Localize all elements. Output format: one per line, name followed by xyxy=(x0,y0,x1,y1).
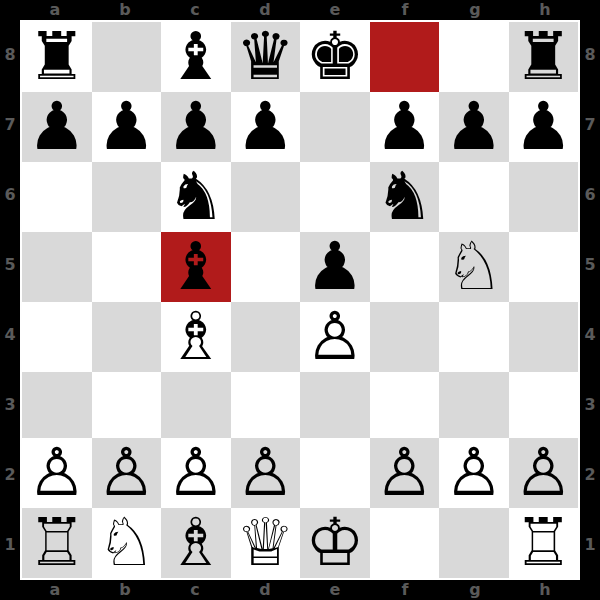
white-pawn-piece[interactable]: ♙ xyxy=(97,438,156,508)
square-c8[interactable]: ♝ xyxy=(161,22,231,92)
square-c3[interactable] xyxy=(161,372,231,438)
square-a7[interactable]: ♟ xyxy=(22,92,92,162)
square-c1[interactable]: ♗ xyxy=(161,508,231,578)
square-h7[interactable]: ♟ xyxy=(509,92,579,162)
square-d2[interactable]: ♙ xyxy=(231,438,301,508)
rank-label-8: 8 xyxy=(580,20,600,90)
square-f4[interactable] xyxy=(370,302,440,372)
square-b3[interactable] xyxy=(92,372,162,438)
file-label-a: a xyxy=(20,0,90,20)
file-label-b: b xyxy=(90,0,160,20)
chess-board: ♜♝♛♚♜♟♟♟♟♟♟♟♞♞♝♟♘♗♙♙♙♙♙♙♙♙♖♘♗♕♔♖ xyxy=(20,20,580,580)
rank-label-7: 7 xyxy=(0,90,20,160)
square-h1[interactable]: ♖ xyxy=(509,508,579,578)
square-h4[interactable] xyxy=(509,302,579,372)
white-pawn-piece[interactable]: ♙ xyxy=(444,438,503,508)
square-a5[interactable] xyxy=(22,232,92,302)
square-e3[interactable] xyxy=(300,372,370,438)
square-g3[interactable] xyxy=(439,372,509,438)
square-e8[interactable]: ♚ xyxy=(300,22,370,92)
file-label-e: e xyxy=(300,580,370,600)
rank-label-1: 1 xyxy=(580,510,600,580)
file-label-h: h xyxy=(510,0,580,20)
file-label-d: d xyxy=(230,580,300,600)
black-bishop-piece[interactable]: ♝ xyxy=(166,22,225,92)
square-b5[interactable] xyxy=(92,232,162,302)
rank-label-4: 4 xyxy=(0,300,20,370)
file-label-f: f xyxy=(370,0,440,20)
rank-label-5: 5 xyxy=(0,230,20,300)
black-pawn-piece[interactable]: ♟ xyxy=(27,92,86,162)
white-pawn-piece[interactable]: ♙ xyxy=(375,438,434,508)
square-d3[interactable] xyxy=(231,372,301,438)
square-d8[interactable]: ♛ xyxy=(231,22,301,92)
square-d1[interactable]: ♕ xyxy=(231,508,301,578)
white-bishop-piece[interactable]: ♗ xyxy=(166,508,225,578)
black-pawn-piece[interactable]: ♟ xyxy=(514,92,573,162)
file-label-a: a xyxy=(20,580,90,600)
square-g8[interactable] xyxy=(439,22,509,92)
white-pawn-piece[interactable]: ♙ xyxy=(514,438,573,508)
white-rook-piece[interactable]: ♖ xyxy=(27,508,86,578)
square-b2[interactable]: ♙ xyxy=(92,438,162,508)
square-h5[interactable] xyxy=(509,232,579,302)
file-label-h: h xyxy=(510,580,580,600)
square-f6[interactable]: ♞ xyxy=(370,162,440,232)
square-e4[interactable]: ♙ xyxy=(300,302,370,372)
file-label-d: d xyxy=(230,0,300,20)
square-f1[interactable] xyxy=(370,508,440,578)
black-pawn-piece[interactable]: ♟ xyxy=(97,92,156,162)
black-pawn-piece[interactable]: ♟ xyxy=(236,92,295,162)
black-rook-piece[interactable]: ♜ xyxy=(27,22,86,92)
rank-labels-right: 87654321 xyxy=(580,20,600,580)
square-a2[interactable]: ♙ xyxy=(22,438,92,508)
white-queen-piece[interactable]: ♕ xyxy=(236,508,295,578)
square-d7[interactable]: ♟ xyxy=(231,92,301,162)
chess-app: abcdefgh abcdefgh 87654321 87654321 ♜♝♛♚… xyxy=(0,0,600,600)
file-label-b: b xyxy=(90,580,160,600)
square-b8[interactable] xyxy=(92,22,162,92)
file-labels-top: abcdefgh xyxy=(20,0,580,20)
rank-labels-left: 87654321 xyxy=(0,20,20,580)
white-pawn-piece[interactable]: ♙ xyxy=(305,302,364,372)
square-e1[interactable]: ♔ xyxy=(300,508,370,578)
file-label-e: e xyxy=(300,0,370,20)
black-pawn-piece[interactable]: ♟ xyxy=(305,232,364,302)
square-e7[interactable] xyxy=(300,92,370,162)
square-g7[interactable]: ♟ xyxy=(439,92,509,162)
square-e2[interactable] xyxy=(300,438,370,508)
square-g5[interactable]: ♘ xyxy=(439,232,509,302)
square-a6[interactable] xyxy=(22,162,92,232)
square-b4[interactable] xyxy=(92,302,162,372)
square-f8[interactable] xyxy=(370,22,440,92)
rank-label-6: 6 xyxy=(580,160,600,230)
square-g6[interactable] xyxy=(439,162,509,232)
white-knight-piece[interactable]: ♘ xyxy=(444,232,503,302)
square-b1[interactable]: ♘ xyxy=(92,508,162,578)
square-h3[interactable] xyxy=(509,372,579,438)
square-c6[interactable]: ♞ xyxy=(161,162,231,232)
file-label-c: c xyxy=(160,580,230,600)
square-c4[interactable]: ♗ xyxy=(161,302,231,372)
black-knight-piece[interactable]: ♞ xyxy=(166,162,225,232)
rank-label-5: 5 xyxy=(580,230,600,300)
white-rook-piece[interactable]: ♖ xyxy=(514,508,573,578)
square-e6[interactable] xyxy=(300,162,370,232)
rank-label-3: 3 xyxy=(580,370,600,440)
square-d4[interactable] xyxy=(231,302,301,372)
rank-label-4: 4 xyxy=(580,300,600,370)
white-pawn-piece[interactable]: ♙ xyxy=(236,438,295,508)
square-a4[interactable] xyxy=(22,302,92,372)
rank-label-2: 2 xyxy=(580,440,600,510)
rank-label-2: 2 xyxy=(0,440,20,510)
square-b6[interactable] xyxy=(92,162,162,232)
square-h2[interactable]: ♙ xyxy=(509,438,579,508)
black-queen-piece[interactable]: ♛ xyxy=(236,22,295,92)
rank-label-6: 6 xyxy=(0,160,20,230)
square-f7[interactable]: ♟ xyxy=(370,92,440,162)
square-d5[interactable] xyxy=(231,232,301,302)
black-king-piece[interactable]: ♚ xyxy=(305,22,364,92)
file-label-g: g xyxy=(440,580,510,600)
black-rook-piece[interactable]: ♜ xyxy=(514,22,573,92)
file-label-f: f xyxy=(370,580,440,600)
square-h6[interactable] xyxy=(509,162,579,232)
black-pawn-piece[interactable]: ♟ xyxy=(444,92,503,162)
square-a8[interactable]: ♜ xyxy=(22,22,92,92)
black-pawn-piece[interactable]: ♟ xyxy=(375,92,434,162)
square-a3[interactable] xyxy=(22,372,92,438)
file-label-c: c xyxy=(160,0,230,20)
square-c5[interactable]: ♝ xyxy=(161,232,231,302)
white-pawn-piece[interactable]: ♙ xyxy=(166,438,225,508)
white-pawn-piece[interactable]: ♙ xyxy=(27,438,86,508)
square-g2[interactable]: ♙ xyxy=(439,438,509,508)
rank-label-3: 3 xyxy=(0,370,20,440)
rank-label-7: 7 xyxy=(580,90,600,160)
square-f3[interactable] xyxy=(370,372,440,438)
rank-label-1: 1 xyxy=(0,510,20,580)
square-e5[interactable]: ♟ xyxy=(300,232,370,302)
square-d6[interactable] xyxy=(231,162,301,232)
square-g1[interactable] xyxy=(439,508,509,578)
file-label-g: g xyxy=(440,0,510,20)
black-bishop-piece[interactable]: ♝ xyxy=(166,232,225,302)
square-g4[interactable] xyxy=(439,302,509,372)
square-a1[interactable]: ♖ xyxy=(22,508,92,578)
black-knight-piece[interactable]: ♞ xyxy=(375,162,434,232)
white-knight-piece[interactable]: ♘ xyxy=(97,508,156,578)
rank-label-8: 8 xyxy=(0,20,20,90)
file-labels-bottom: abcdefgh xyxy=(20,580,580,600)
square-c7[interactable]: ♟ xyxy=(161,92,231,162)
white-king-piece[interactable]: ♔ xyxy=(305,508,364,578)
square-f5[interactable] xyxy=(370,232,440,302)
square-f2[interactable]: ♙ xyxy=(370,438,440,508)
square-b7[interactable]: ♟ xyxy=(92,92,162,162)
square-c2[interactable]: ♙ xyxy=(161,438,231,508)
square-h8[interactable]: ♜ xyxy=(509,22,579,92)
black-pawn-piece[interactable]: ♟ xyxy=(166,92,225,162)
white-bishop-piece[interactable]: ♗ xyxy=(166,302,225,372)
